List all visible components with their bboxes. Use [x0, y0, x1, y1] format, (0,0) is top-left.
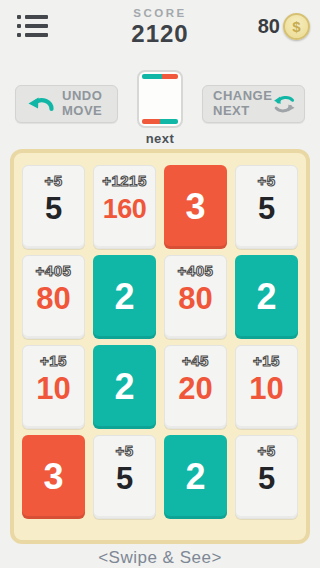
- gold-coin-icon: $: [283, 13, 310, 40]
- tile-r1-c4[interactable]: +55: [235, 165, 298, 249]
- tile-bonus-label: +405: [36, 263, 72, 280]
- tile-r3-c1[interactable]: +1510: [22, 345, 85, 429]
- tile-value: 80: [36, 283, 70, 316]
- score-label: SCORE: [131, 8, 188, 20]
- swipe-hint: <Swipe & See>: [0, 548, 320, 568]
- tile-r1-c2[interactable]: +1215160: [93, 165, 156, 249]
- tile-value: 10: [36, 373, 70, 406]
- tile-value: 5: [116, 463, 133, 496]
- coin-counter[interactable]: 80 $: [258, 13, 310, 40]
- tile-value: 2: [185, 459, 205, 495]
- tile-bonus-label: +1215: [102, 173, 147, 190]
- change-next-button[interactable]: CHANGE NEXT: [202, 85, 305, 123]
- coin-count: 80: [258, 15, 280, 38]
- next-tile-card: [137, 70, 183, 128]
- score-value: 2120: [131, 22, 188, 46]
- tile-value: 5: [258, 193, 275, 226]
- tile-bonus-label: +5: [115, 443, 133, 460]
- tile-r3-c4[interactable]: +1510: [235, 345, 298, 429]
- tile-bonus-label: +5: [257, 443, 275, 460]
- swap-arrows-icon: [272, 91, 297, 117]
- tile-bonus-label: +15: [40, 353, 67, 370]
- tile-r2-c4[interactable]: 2: [235, 255, 298, 339]
- tile-bonus-label: +405: [178, 263, 214, 280]
- next-label: next: [137, 131, 183, 146]
- tile-r4-c3[interactable]: 2: [164, 435, 227, 519]
- tile-bonus-label: +5: [257, 173, 275, 190]
- menu-icon[interactable]: [17, 15, 48, 37]
- tile-value: 3: [185, 189, 205, 225]
- tile-r4-c1[interactable]: 3: [22, 435, 85, 519]
- game-board[interactable]: +55+12151603+55+405802+405802+15102+4520…: [10, 149, 310, 544]
- tile-value: 2: [256, 279, 276, 315]
- next-tile-preview: next: [137, 70, 183, 146]
- undo-move-button[interactable]: UNDO MOVE: [15, 85, 118, 123]
- tile-r2-c2[interactable]: 2: [93, 255, 156, 339]
- tile-r4-c2[interactable]: +55: [93, 435, 156, 519]
- tile-value: 5: [258, 463, 275, 496]
- tile-r1-c1[interactable]: +55: [22, 165, 85, 249]
- tile-r2-c3[interactable]: +40580: [164, 255, 227, 339]
- top-bar: SCORE 2120 80 $: [0, 0, 320, 52]
- tile-r3-c3[interactable]: +4520: [164, 345, 227, 429]
- tile-bonus-label: +5: [44, 173, 62, 190]
- tile-r4-c4[interactable]: +55: [235, 435, 298, 519]
- tile-r1-c3[interactable]: 3: [164, 165, 227, 249]
- tile-r2-c1[interactable]: +40580: [22, 255, 85, 339]
- tile-value: 5: [45, 193, 62, 226]
- tile-value: 20: [178, 373, 212, 406]
- board-grid[interactable]: +55+12151603+55+405802+405802+15102+4520…: [14, 153, 306, 531]
- tile-bonus-label: +15: [253, 353, 280, 370]
- undo-button-label: UNDO MOVE: [62, 89, 102, 119]
- tile-value: 3: [43, 459, 63, 495]
- tile-value: 10: [249, 373, 283, 406]
- tile-value: 2: [114, 279, 134, 315]
- score-display: SCORE 2120: [131, 8, 188, 46]
- next-card-bottom-strip: [142, 119, 178, 124]
- controls-row: UNDO MOVE next CHANGE NEXT: [0, 52, 320, 144]
- undo-arrow-icon: [25, 92, 55, 116]
- tile-r3-c2[interactable]: 2: [93, 345, 156, 429]
- tile-value: 80: [178, 283, 212, 316]
- tile-bonus-label: +45: [182, 353, 209, 370]
- next-card-top-strip: [142, 74, 178, 79]
- change-button-label: CHANGE NEXT: [213, 89, 272, 119]
- tile-value: 160: [103, 195, 147, 223]
- tile-value: 2: [114, 369, 134, 405]
